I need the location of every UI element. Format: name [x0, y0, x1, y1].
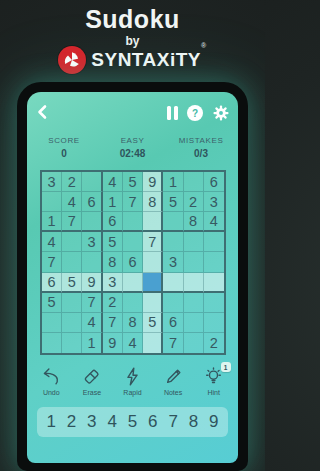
- mistakes-value: 0/3: [178, 148, 224, 159]
- cell-r1c9[interactable]: 6: [204, 172, 224, 192]
- help-button[interactable]: ?: [187, 105, 203, 121]
- cell-r2c1[interactable]: [42, 192, 62, 212]
- cell-r8c6[interactable]: 5: [143, 313, 163, 333]
- cell-r7c9[interactable]: [204, 293, 224, 313]
- cell-r4c4[interactable]: 5: [103, 232, 123, 252]
- registered-mark: ®: [201, 42, 207, 49]
- cell-r4c7[interactable]: [163, 232, 183, 252]
- cell-r9c7[interactable]: 7: [163, 333, 183, 353]
- branding-banner: Sudoku by SYNTAXiTY®: [0, 0, 265, 82]
- mistakes-label: MISTAKES: [178, 136, 224, 145]
- cell-r6c7[interactable]: [163, 273, 183, 293]
- cell-r3c4[interactable]: 6: [103, 212, 123, 232]
- cell-r9c9[interactable]: 2: [204, 333, 224, 353]
- cell-r5c8[interactable]: [184, 252, 204, 272]
- cell-r9c5[interactable]: 4: [123, 333, 143, 353]
- numpad-key-1[interactable]: 1: [42, 412, 60, 432]
- cell-r1c5[interactable]: 5: [123, 172, 143, 192]
- cell-r3c3[interactable]: [82, 212, 102, 232]
- brand-row: SYNTAXiTY®: [0, 46, 265, 74]
- question-icon: ?: [192, 108, 198, 119]
- tool-label: Rapid: [123, 389, 141, 396]
- cell-r7c6[interactable]: [143, 293, 163, 313]
- cell-r4c6[interactable]: 7: [143, 232, 163, 252]
- cell-r2c3[interactable]: 6: [82, 192, 102, 212]
- cell-r6c4[interactable]: 3: [103, 273, 123, 293]
- settings-button[interactable]: [212, 104, 230, 122]
- cell-r7c4[interactable]: 2: [103, 293, 123, 313]
- cell-r8c5[interactable]: 8: [123, 313, 143, 333]
- score-label: SCORE: [41, 136, 87, 145]
- cell-r2c4[interactable]: 1: [103, 192, 123, 212]
- sudoku-board: 3245916461785231768443577863659357247856…: [40, 170, 226, 355]
- cell-r9c2[interactable]: [62, 333, 82, 353]
- cell-r5c4[interactable]: 8: [103, 252, 123, 272]
- cell-r7c2[interactable]: [62, 293, 82, 313]
- cell-r6c3[interactable]: 9: [82, 273, 102, 293]
- cell-r1c7[interactable]: 1: [163, 172, 183, 192]
- pause-icon: [167, 106, 171, 120]
- timer-value: 02:48: [110, 148, 156, 159]
- cell-r7c7[interactable]: [163, 293, 183, 313]
- numpad-key-6[interactable]: 6: [144, 412, 162, 432]
- cell-r5c5[interactable]: 6: [123, 252, 143, 272]
- cell-r2c5[interactable]: 7: [123, 192, 143, 212]
- cell-r8c1[interactable]: [42, 313, 62, 333]
- cell-r4c1[interactable]: 4: [42, 232, 62, 252]
- cell-r8c8[interactable]: [184, 313, 204, 333]
- cell-r8c2[interactable]: [62, 313, 82, 333]
- cell-r1c8[interactable]: [184, 172, 204, 192]
- cell-r8c3[interactable]: 4: [82, 313, 102, 333]
- cell-r6c1[interactable]: 6: [42, 273, 62, 293]
- cell-r4c2[interactable]: [62, 232, 82, 252]
- tool-label: Undo: [43, 389, 60, 396]
- cell-r4c3[interactable]: 3: [82, 232, 102, 252]
- numpad-key-7[interactable]: 7: [164, 412, 182, 432]
- cell-r3c9[interactable]: 4: [204, 212, 224, 232]
- cell-r1c2[interactable]: 2: [62, 172, 82, 192]
- cell-r6c6[interactable]: [143, 273, 163, 293]
- cell-r3c6[interactable]: [143, 212, 163, 232]
- score-stat: SCORE 0: [41, 136, 87, 159]
- cell-r5c2[interactable]: [62, 252, 82, 272]
- cell-r3c7[interactable]: [163, 212, 183, 232]
- cell-r3c1[interactable]: 1: [42, 212, 62, 232]
- pause-button[interactable]: [167, 106, 179, 120]
- cell-r7c3[interactable]: 7: [82, 293, 102, 313]
- tool-label: Erase: [83, 389, 101, 396]
- notes-button[interactable]: Notes: [153, 366, 193, 396]
- cell-r9c6[interactable]: [143, 333, 163, 353]
- brand-name: SYNTAXiTY®: [91, 49, 206, 71]
- cell-r6c8[interactable]: [184, 273, 204, 293]
- cell-r5c9[interactable]: [204, 252, 224, 272]
- cell-r9c1[interactable]: [42, 333, 62, 353]
- cell-r7c5[interactable]: [123, 293, 143, 313]
- cell-r1c3[interactable]: [82, 172, 102, 192]
- undo-button[interactable]: Undo: [31, 366, 71, 396]
- lightning-icon: [122, 366, 143, 387]
- cell-r5c6[interactable]: [143, 252, 163, 272]
- numpad-key-4[interactable]: 4: [103, 412, 121, 432]
- cell-r6c5[interactable]: [123, 273, 143, 293]
- tool-label: Notes: [164, 389, 182, 396]
- number-pad: 123456789: [37, 407, 228, 437]
- hint-button[interactable]: 1 Hint: [194, 366, 234, 396]
- syntaxity-logo-icon: [58, 46, 86, 74]
- cell-r4c5[interactable]: [123, 232, 143, 252]
- game-screen: ?: [27, 92, 238, 463]
- cell-r2c6[interactable]: 8: [143, 192, 163, 212]
- numpad-key-5[interactable]: 5: [123, 412, 141, 432]
- app-bar: ?: [27, 99, 238, 127]
- rapid-button[interactable]: Rapid: [112, 366, 152, 396]
- undo-icon: [41, 366, 62, 387]
- cell-r5c1[interactable]: 7: [42, 252, 62, 272]
- cell-r1c1[interactable]: 3: [42, 172, 62, 192]
- numpad-key-8[interactable]: 8: [184, 412, 202, 432]
- cell-r3c2[interactable]: 7: [62, 212, 82, 232]
- cell-r8c4[interactable]: 7: [103, 313, 123, 333]
- stats-bar: SCORE 0 EASY 02:48 MISTAKES 0/3: [41, 136, 224, 159]
- mistakes-stat: MISTAKES 0/3: [178, 136, 224, 159]
- cell-r9c8[interactable]: [184, 333, 204, 353]
- pencil-icon: [163, 366, 184, 387]
- cell-r1c4[interactable]: 4: [103, 172, 123, 192]
- cell-r4c9[interactable]: [204, 232, 224, 252]
- cell-r5c7[interactable]: 3: [163, 252, 183, 272]
- cell-r5c3[interactable]: [82, 252, 102, 272]
- cell-r7c1[interactable]: 5: [42, 293, 62, 313]
- numpad-key-9[interactable]: 9: [205, 412, 223, 432]
- cell-r3c5[interactable]: [123, 212, 143, 232]
- chevron-left-icon: [35, 104, 51, 120]
- cell-r6c9[interactable]: [204, 273, 224, 293]
- erase-button[interactable]: Erase: [72, 366, 112, 396]
- eraser-icon: [81, 366, 102, 387]
- difficulty-label: EASY: [110, 136, 156, 145]
- cell-r4c8[interactable]: [184, 232, 204, 252]
- phone-frame: ?: [17, 82, 248, 471]
- difficulty-stat: EASY 02:48: [110, 136, 156, 159]
- cell-r9c4[interactable]: 9: [103, 333, 123, 353]
- numpad-key-3[interactable]: 3: [83, 412, 101, 432]
- toolbar: Undo Erase Rapid: [31, 366, 234, 396]
- cell-r3c8[interactable]: 8: [184, 212, 204, 232]
- cell-r8c9[interactable]: [204, 313, 224, 333]
- cell-r1c6[interactable]: 9: [143, 172, 163, 192]
- cell-r2c2[interactable]: 4: [62, 192, 82, 212]
- gear-icon: [212, 104, 230, 122]
- cell-r9c3[interactable]: 1: [82, 333, 102, 353]
- app-title: Sudoku: [0, 5, 265, 34]
- score-value: 0: [41, 148, 87, 159]
- cell-r6c2[interactable]: 5: [62, 273, 82, 293]
- cell-r2c8[interactable]: 2: [184, 192, 204, 212]
- hint-badge: 1: [221, 362, 231, 372]
- numpad-key-2[interactable]: 2: [62, 412, 80, 432]
- back-button[interactable]: [35, 104, 51, 120]
- cell-r7c8[interactable]: [184, 293, 204, 313]
- cell-r2c7[interactable]: 5: [163, 192, 183, 212]
- tool-label: Hint: [207, 389, 219, 396]
- cell-r2c9[interactable]: 3: [204, 192, 224, 212]
- cell-r8c7[interactable]: 6: [163, 313, 183, 333]
